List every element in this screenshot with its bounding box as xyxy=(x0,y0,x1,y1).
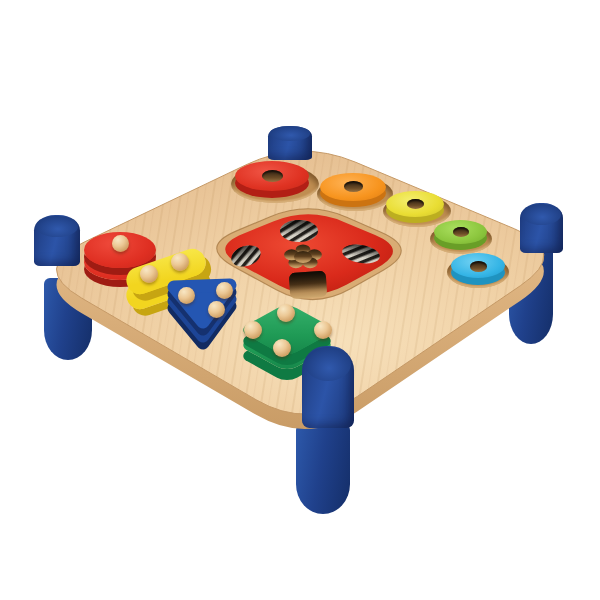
peg-ball xyxy=(112,235,129,252)
ring-yellow-hole xyxy=(407,199,424,209)
leg-peg-back xyxy=(268,126,312,160)
peg-ball xyxy=(208,301,225,318)
ring-red xyxy=(235,161,309,198)
ring-orange-hole xyxy=(344,181,363,192)
ring-green xyxy=(434,220,487,250)
peg-ball xyxy=(140,265,158,283)
stack-triangle-blue xyxy=(160,278,246,354)
cutout-oval xyxy=(280,220,318,242)
cutout-square xyxy=(289,271,328,300)
ring-orange xyxy=(320,173,386,207)
peg-ball xyxy=(314,321,332,339)
ring-blue-hole xyxy=(470,261,487,272)
ring-yellow xyxy=(386,191,444,223)
leg-peg-right xyxy=(520,203,563,253)
peg-ball xyxy=(178,287,195,304)
table-top xyxy=(0,0,600,600)
ring-blue xyxy=(451,253,505,285)
leg-peg-front xyxy=(302,346,354,428)
peg-ball xyxy=(244,321,262,339)
peg-ball xyxy=(216,282,233,299)
leg-peg-left xyxy=(34,215,80,266)
product-photo-stage xyxy=(0,0,600,600)
peg-ball xyxy=(171,253,189,271)
ring-green-hole xyxy=(453,227,469,237)
ring-red-hole xyxy=(262,170,283,182)
peg-ball xyxy=(277,304,295,322)
peg-ball xyxy=(273,339,291,357)
